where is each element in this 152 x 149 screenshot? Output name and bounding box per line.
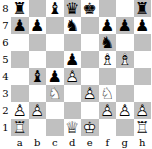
white-knight-f3: ♞♘ — [99, 85, 117, 102]
white-pawn-e3: ♟♙ — [81, 85, 99, 102]
white-pawn-a2: ♟♙ — [11, 102, 29, 119]
square-c6[interactable] — [46, 34, 64, 51]
black-bishop-b4: ♝ — [29, 68, 47, 85]
white-pawn-g2: ♟♙ — [116, 102, 134, 119]
square-e3[interactable]: ♟♙ — [81, 85, 99, 102]
square-f4[interactable] — [99, 68, 117, 85]
square-a5[interactable] — [11, 51, 29, 68]
square-e4[interactable] — [81, 68, 99, 85]
square-f1[interactable] — [99, 119, 117, 136]
file-label-f: f — [99, 136, 117, 149]
square-g1[interactable] — [116, 119, 134, 136]
square-e7[interactable] — [81, 17, 99, 34]
square-a4[interactable] — [11, 68, 29, 85]
square-h2[interactable]: ♟♙ — [134, 102, 152, 119]
black-knight-f6: ♞ — [99, 34, 117, 51]
square-h3[interactable] — [134, 85, 152, 102]
black-pawn-d5: ♟ — [64, 51, 82, 68]
file-label-h: h — [134, 136, 152, 149]
black-pawn-a7: ♟ — [11, 17, 29, 34]
rank-label-3: 3 — [0, 85, 11, 102]
black-pawn-g7: ♟ — [116, 17, 134, 34]
rank-label-6: 6 — [0, 34, 11, 51]
black-knight-d7: ♞ — [64, 17, 82, 34]
white-knight-c3: ♞♘ — [46, 85, 64, 102]
square-b4[interactable]: ♝ — [29, 68, 47, 85]
square-d1[interactable]: ♛♕ — [64, 119, 82, 136]
file-label-g: g — [116, 136, 134, 149]
square-b2[interactable]: ♟♙ — [29, 102, 47, 119]
square-e1[interactable]: ♚♔ — [81, 119, 99, 136]
rank-label-5: 5 — [0, 51, 11, 68]
square-b6[interactable] — [29, 34, 47, 51]
square-d8[interactable]: ♛ — [64, 0, 82, 17]
rank-label-8: 8 — [0, 0, 11, 17]
square-f6[interactable]: ♞ — [99, 34, 117, 51]
square-g6[interactable] — [116, 34, 134, 51]
black-pawn-f7: ♟ — [99, 17, 117, 34]
square-g5[interactable]: ♝♗ — [116, 51, 134, 68]
white-pawn-h2: ♟♙ — [134, 102, 152, 119]
square-a7[interactable]: ♟ — [11, 17, 29, 34]
square-c8[interactable]: ♝ — [46, 0, 64, 17]
rank-label-1: 1 — [0, 119, 11, 136]
white-pawn-d4: ♟♙ — [64, 68, 82, 85]
square-b3[interactable] — [29, 85, 47, 102]
square-f7[interactable]: ♟ — [99, 17, 117, 34]
square-a2[interactable]: ♟♙ — [11, 102, 29, 119]
white-pawn-b2: ♟♙ — [29, 102, 47, 119]
white-bishop-f5: ♝♗ — [99, 51, 117, 68]
square-f2[interactable]: ♟♙ — [99, 102, 117, 119]
file-label-d: d — [64, 136, 82, 149]
square-c2[interactable] — [46, 102, 64, 119]
square-c3[interactable]: ♞♘ — [46, 85, 64, 102]
white-king-e1: ♚♔ — [81, 119, 99, 136]
black-pawn-c4: ♟ — [46, 68, 64, 85]
chess-board-diagram: 8♜♝♛♚♜7♟♟♞♟♟♟6♞5♟♝♗♝♗4♝♟♟♙3♞♘♟♙♞♘2♟♙♟♙♟♙… — [0, 0, 151, 149]
black-queen-d8: ♛ — [64, 0, 82, 17]
black-bishop-c8: ♝ — [46, 0, 64, 17]
file-label-a: a — [11, 136, 29, 149]
square-e2[interactable] — [81, 102, 99, 119]
square-e6[interactable] — [81, 34, 99, 51]
white-pawn-f2: ♟♙ — [99, 102, 117, 119]
square-a1[interactable]: ♜♖ — [11, 119, 29, 136]
square-c5[interactable] — [46, 51, 64, 68]
black-pawn-b7: ♟ — [29, 17, 47, 34]
square-d4[interactable]: ♟♙ — [64, 68, 82, 85]
square-f8[interactable] — [99, 0, 117, 17]
square-d5[interactable]: ♟ — [64, 51, 82, 68]
square-h1[interactable]: ♜♖ — [134, 119, 152, 136]
square-h8[interactable]: ♜ — [134, 0, 152, 17]
square-c7[interactable] — [46, 17, 64, 34]
white-rook-h1: ♜♖ — [134, 119, 152, 136]
square-g8[interactable] — [116, 0, 134, 17]
square-a8[interactable]: ♜ — [11, 0, 29, 17]
square-e8[interactable]: ♚ — [81, 0, 99, 17]
square-f3[interactable]: ♞♘ — [99, 85, 117, 102]
white-queen-d1: ♛♕ — [64, 119, 82, 136]
rank-label-7: 7 — [0, 17, 11, 34]
black-king-e8: ♚ — [81, 0, 99, 17]
square-g4[interactable] — [116, 68, 134, 85]
rank-label-4: 4 — [0, 68, 11, 85]
black-rook-a8: ♜ — [11, 0, 29, 17]
file-label-b: b — [29, 136, 47, 149]
black-rook-h8: ♜ — [134, 0, 152, 17]
white-rook-a1: ♜♖ — [11, 119, 29, 136]
square-a6[interactable] — [11, 34, 29, 51]
square-b7[interactable]: ♟ — [29, 17, 47, 34]
square-h5[interactable] — [134, 51, 152, 68]
file-label-e: e — [81, 136, 99, 149]
square-d7[interactable]: ♞ — [64, 17, 82, 34]
square-a3[interactable] — [11, 85, 29, 102]
black-pawn-h7: ♟ — [134, 17, 152, 34]
square-b1[interactable] — [29, 119, 47, 136]
corner-spacer — [0, 136, 11, 149]
rank-label-2: 2 — [0, 102, 11, 119]
square-h6[interactable] — [134, 34, 152, 51]
white-bishop-g5: ♝♗ — [116, 51, 134, 68]
square-d3[interactable] — [64, 85, 82, 102]
square-h4[interactable] — [134, 68, 152, 85]
square-d6[interactable] — [64, 34, 82, 51]
square-f5[interactable]: ♝♗ — [99, 51, 117, 68]
square-g7[interactable]: ♟ — [116, 17, 134, 34]
square-c4[interactable]: ♟ — [46, 68, 64, 85]
square-d2[interactable] — [64, 102, 82, 119]
square-g3[interactable] — [116, 85, 134, 102]
square-e5[interactable] — [81, 51, 99, 68]
square-b5[interactable] — [29, 51, 47, 68]
file-label-c: c — [46, 136, 64, 149]
square-c1[interactable] — [46, 119, 64, 136]
square-b8[interactable] — [29, 0, 47, 17]
square-h7[interactable]: ♟ — [134, 17, 152, 34]
square-g2[interactable]: ♟♙ — [116, 102, 134, 119]
